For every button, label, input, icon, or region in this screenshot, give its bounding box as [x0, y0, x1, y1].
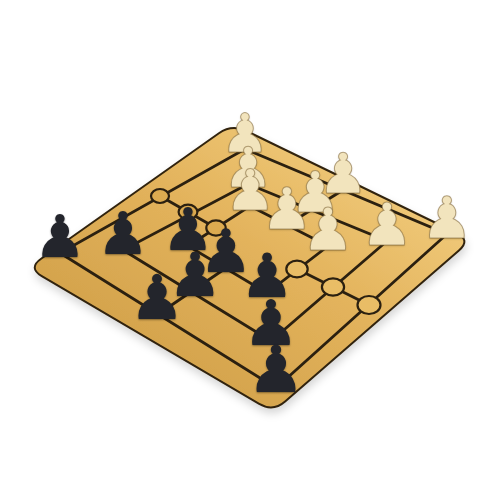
- board-mat: [35, 128, 465, 407]
- point-circle-e4: [286, 261, 307, 278]
- morris-board: [0, 0, 500, 500]
- point-circle-g4: [358, 296, 381, 314]
- product-photo: ♟♟♟♟♟♟♟♟♟♟♟♟♟♟♟♟♟♟: [0, 0, 500, 500]
- point-circle-c4: [206, 220, 225, 235]
- point-circle-f4: [322, 278, 344, 295]
- point-circle-b4: [179, 205, 198, 220]
- point-circle-a4: [151, 189, 169, 203]
